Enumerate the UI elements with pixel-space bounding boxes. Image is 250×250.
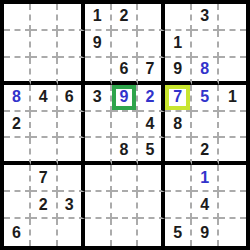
cell-r5c8[interactable] (192, 112, 219, 139)
cell-r6c9[interactable] (219, 138, 246, 165)
cell-r6c6[interactable]: 5 (138, 138, 165, 165)
cell-r2c3[interactable] (58, 31, 85, 58)
cell-r1c1[interactable] (4, 4, 31, 31)
cell-r9c2[interactable] (31, 219, 58, 246)
cell-r4c8[interactable]: 5 (192, 85, 219, 112)
cell-r7c1[interactable] (4, 165, 31, 192)
cell-r7c5[interactable] (112, 165, 139, 192)
cell-r2c6[interactable] (138, 31, 165, 58)
cell-r1c8[interactable]: 3 (192, 4, 219, 31)
cell-r4c3[interactable]: 6 (58, 85, 85, 112)
cell-r9c6[interactable] (138, 219, 165, 246)
cell-r6c3[interactable] (58, 138, 85, 165)
cell-r4c6[interactable]: 2 (138, 85, 165, 112)
cell-r6c2[interactable] (31, 138, 58, 165)
cell-r7c8[interactable]: 1 (192, 165, 219, 192)
cell-r9c8[interactable]: 9 (192, 219, 219, 246)
cell-r9c3[interactable] (58, 219, 85, 246)
cell-r1c3[interactable] (58, 4, 85, 31)
cell-r2c1[interactable] (4, 31, 31, 58)
cell-r8c1[interactable] (4, 192, 31, 219)
cell-r2c7[interactable]: 1 (165, 31, 192, 58)
cell-r3c1[interactable] (4, 58, 31, 85)
cell-r6c8[interactable]: 2 (192, 138, 219, 165)
cell-r6c7[interactable] (165, 138, 192, 165)
cell-r3c6[interactable]: 7 (138, 58, 165, 85)
cell-r4c9[interactable]: 1 (219, 85, 246, 112)
cell-r3c8[interactable]: 8 (192, 58, 219, 85)
cell-r1c2[interactable] (31, 4, 58, 31)
cell-r6c4[interactable] (85, 138, 112, 165)
cell-r2c5[interactable] (112, 31, 139, 58)
cell-r1c4[interactable]: 1 (85, 4, 112, 31)
cell-r4c5-green-frame[interactable]: 9 (112, 85, 139, 112)
cell-r9c7[interactable]: 5 (165, 219, 192, 246)
cell-r1c6[interactable] (138, 4, 165, 31)
cell-r4c4[interactable]: 3 (85, 85, 112, 112)
cell-r9c5[interactable] (112, 219, 139, 246)
cell-r9c9[interactable] (219, 219, 246, 246)
cell-r7c7[interactable] (165, 165, 192, 192)
cell-r7c9[interactable] (219, 165, 246, 192)
cell-r4c7-yellow-frame[interactable]: 7 (165, 85, 192, 112)
cell-r1c5[interactable]: 2 (112, 4, 139, 31)
cell-r8c5[interactable] (112, 192, 139, 219)
cell-r5c1[interactable]: 2 (4, 112, 31, 139)
cell-r7c2[interactable]: 7 (31, 165, 58, 192)
cell-r9c4[interactable] (85, 219, 112, 246)
cell-r3c7[interactable]: 9 (165, 58, 192, 85)
cell-r3c2[interactable] (31, 58, 58, 85)
cell-r1c9[interactable] (219, 4, 246, 31)
cell-r5c6[interactable]: 4 (138, 112, 165, 139)
cell-r1c7[interactable] (165, 4, 192, 31)
cell-r8c8[interactable]: 4 (192, 192, 219, 219)
cell-r6c1[interactable] (4, 138, 31, 165)
cell-r5c5[interactable] (112, 112, 139, 139)
cell-r8c7[interactable] (165, 192, 192, 219)
cell-r4c1[interactable]: 8 (4, 85, 31, 112)
cell-r8c6[interactable] (138, 192, 165, 219)
cell-r3c9[interactable] (219, 58, 246, 85)
cell-r6c5[interactable]: 8 (112, 138, 139, 165)
cell-r8c9[interactable] (219, 192, 246, 219)
cell-r8c4[interactable] (85, 192, 112, 219)
cell-r2c9[interactable] (219, 31, 246, 58)
cell-r8c2[interactable]: 2 (31, 192, 58, 219)
cell-r9c1[interactable]: 6 (4, 219, 31, 246)
cell-r8c3[interactable]: 3 (58, 192, 85, 219)
cell-r7c6[interactable] (138, 165, 165, 192)
cell-r3c5[interactable]: 6 (112, 58, 139, 85)
cell-r2c2[interactable] (31, 31, 58, 58)
cell-r3c3[interactable] (58, 58, 85, 85)
cell-r2c8[interactable] (192, 31, 219, 58)
cell-r5c2[interactable] (31, 112, 58, 139)
cell-r5c4[interactable] (85, 112, 112, 139)
sudoku-board: 12391679884639275124885271234659 (0, 0, 250, 250)
cell-r3c4[interactable] (85, 58, 112, 85)
cell-r7c3[interactable] (58, 165, 85, 192)
cell-r7c4[interactable] (85, 165, 112, 192)
cell-r5c7[interactable]: 8 (165, 112, 192, 139)
cell-r4c2[interactable]: 4 (31, 85, 58, 112)
cell-r5c3[interactable] (58, 112, 85, 139)
cell-r5c9[interactable] (219, 112, 246, 139)
cell-r2c4[interactable]: 9 (85, 31, 112, 58)
